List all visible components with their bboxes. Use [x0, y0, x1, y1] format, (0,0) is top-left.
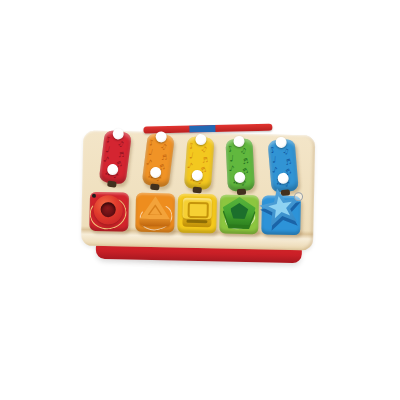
shape-tile-star — [261, 195, 301, 235]
shape-tile-triangle — [135, 193, 175, 233]
shape-tile-square — [177, 194, 217, 234]
shape-tile-circle — [89, 192, 129, 232]
shape-tile-pentagon — [219, 195, 259, 235]
shape-tiles-row — [70, 117, 321, 274]
pentagon-knob — [222, 197, 256, 230]
screw — [92, 194, 96, 198]
triangle-knob — [138, 196, 172, 229]
circle-hole — [101, 202, 116, 217]
square-knob — [182, 198, 212, 230]
xylophone-shape-sorter-toy: ♪♫♩♬♪♬♫♪♪♫♩♬♪♬♫♪♪♫♩♬♪♬♫♪♪♫♩♬♪♬♫♪♪♫♩♬♪♬♫♪ — [70, 117, 321, 274]
square-inner-outline — [188, 202, 209, 218]
square-slot — [186, 219, 207, 222]
product-photo: ♪♫♩♬♪♬♫♪♪♫♩♬♪♬♫♪♪♫♩♬♪♬♫♪♪♫♩♬♪♬♫♪♪♫♩♬♪♬♫♪ — [0, 0, 400, 400]
